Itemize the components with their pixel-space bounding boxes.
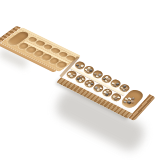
raised-pits bbox=[22, 27, 81, 56]
mancala-scene bbox=[0, 0, 160, 160]
flat-pits bbox=[79, 57, 150, 93]
stone bbox=[123, 100, 128, 103]
